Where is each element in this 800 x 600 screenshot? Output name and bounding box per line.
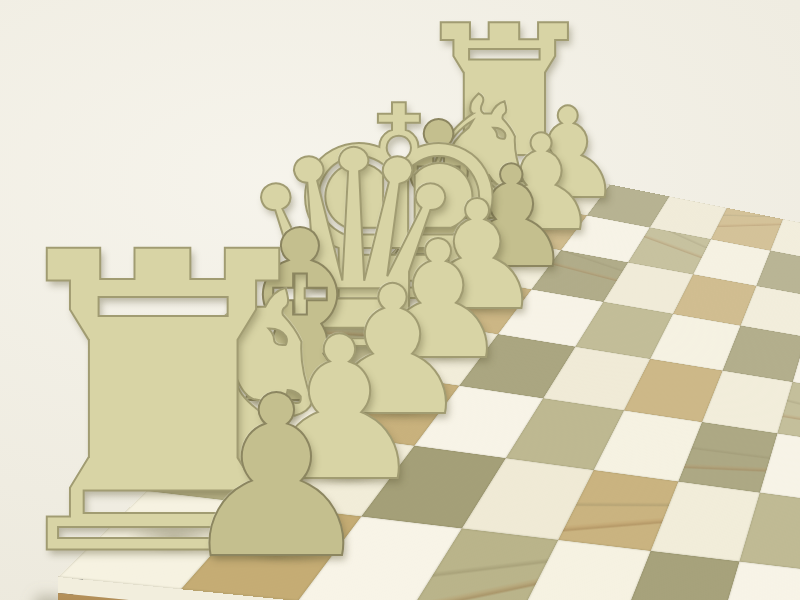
photo-scene: ♜♟♞♟♝♟♚♟♛♟♝♟♞♟♜♟ — [0, 0, 800, 600]
